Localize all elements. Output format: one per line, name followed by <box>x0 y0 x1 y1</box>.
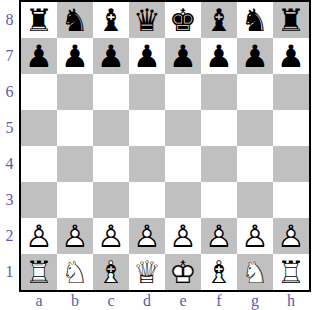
piece-outline: ♖ <box>25 254 53 290</box>
file-label-b: b <box>57 292 93 310</box>
square-g2[interactable]: ♟♙ <box>237 218 273 254</box>
file-label-e: e <box>165 292 201 310</box>
square-f5[interactable] <box>201 110 237 146</box>
square-e5[interactable] <box>165 110 201 146</box>
square-e2[interactable]: ♟♙ <box>165 218 201 254</box>
square-d1[interactable]: ♛♕ <box>129 254 165 290</box>
piece-white-bishop: ♝♗ <box>205 254 233 290</box>
piece-white-pawn: ♟♙ <box>25 218 53 254</box>
piece-outline: ♙ <box>61 218 89 254</box>
square-g7[interactable]: ♟ <box>237 38 273 74</box>
piece-white-queen: ♛♕ <box>133 254 161 290</box>
rank-label-8: 8 <box>0 2 19 38</box>
chess-diagram: 87654321 ♜♞♝♛♚♝♞♜♟♟♟♟♟♟♟♟♟♙♟♙♟♙♟♙♟♙♟♙♟♙♟… <box>0 0 312 310</box>
piece-outline: ♘ <box>241 254 269 290</box>
rank-labels-column: 87654321 <box>0 0 19 290</box>
piece-outline: ♖ <box>277 254 305 290</box>
rank-label-6: 6 <box>0 74 19 110</box>
rank-label-4: 4 <box>0 146 19 182</box>
square-c3[interactable] <box>93 182 129 218</box>
piece-outline: ♕ <box>133 254 161 290</box>
square-a2[interactable]: ♟♙ <box>21 218 57 254</box>
piece-white-pawn: ♟♙ <box>241 218 269 254</box>
square-e7[interactable]: ♟ <box>165 38 201 74</box>
square-c6[interactable] <box>93 74 129 110</box>
piece-outline: ♙ <box>277 218 305 254</box>
square-d5[interactable] <box>129 110 165 146</box>
square-c7[interactable]: ♟ <box>93 38 129 74</box>
piece-white-pawn: ♟♙ <box>133 218 161 254</box>
piece-black-pawn: ♟ <box>61 38 89 74</box>
square-f2[interactable]: ♟♙ <box>201 218 237 254</box>
piece-outline: ♘ <box>61 254 89 290</box>
square-b1[interactable]: ♞♘ <box>57 254 93 290</box>
square-e8[interactable]: ♚ <box>165 2 201 38</box>
square-f6[interactable] <box>201 74 237 110</box>
square-g3[interactable] <box>237 182 273 218</box>
square-b2[interactable]: ♟♙ <box>57 218 93 254</box>
piece-white-knight: ♞♘ <box>61 254 89 290</box>
piece-black-king: ♚ <box>169 2 197 38</box>
file-label-d: d <box>129 292 165 310</box>
rank-label-1: 1 <box>0 254 19 290</box>
piece-outline: ♙ <box>205 218 233 254</box>
piece-white-king: ♚♔ <box>169 254 197 290</box>
square-h3[interactable] <box>273 182 309 218</box>
square-a1[interactable]: ♜♖ <box>21 254 57 290</box>
square-a8[interactable]: ♜ <box>21 2 57 38</box>
piece-white-pawn: ♟♙ <box>61 218 89 254</box>
board-and-ranks: 87654321 ♜♞♝♛♚♝♞♜♟♟♟♟♟♟♟♟♟♙♟♙♟♙♟♙♟♙♟♙♟♙♟… <box>0 0 312 292</box>
square-a5[interactable] <box>21 110 57 146</box>
square-e6[interactable] <box>165 74 201 110</box>
square-c2[interactable]: ♟♙ <box>93 218 129 254</box>
square-e4[interactable] <box>165 146 201 182</box>
piece-outline: ♗ <box>97 254 125 290</box>
square-h1[interactable]: ♜♖ <box>273 254 309 290</box>
square-f3[interactable] <box>201 182 237 218</box>
square-h7[interactable]: ♟ <box>273 38 309 74</box>
square-g6[interactable] <box>237 74 273 110</box>
piece-outline: ♙ <box>97 218 125 254</box>
piece-white-pawn: ♟♙ <box>277 218 305 254</box>
rank-label-3: 3 <box>0 182 19 218</box>
square-f4[interactable] <box>201 146 237 182</box>
square-b8[interactable]: ♞ <box>57 2 93 38</box>
square-d7[interactable]: ♟ <box>129 38 165 74</box>
file-labels-row: abcdefgh <box>21 292 312 310</box>
square-c1[interactable]: ♝♗ <box>93 254 129 290</box>
piece-white-pawn: ♟♙ <box>169 218 197 254</box>
piece-outline: ♙ <box>133 218 161 254</box>
piece-black-bishop: ♝ <box>97 2 125 38</box>
square-g4[interactable] <box>237 146 273 182</box>
piece-white-knight: ♞♘ <box>241 254 269 290</box>
piece-white-rook: ♜♖ <box>25 254 53 290</box>
square-b7[interactable]: ♟ <box>57 38 93 74</box>
piece-black-pawn: ♟ <box>169 38 197 74</box>
square-b3[interactable] <box>57 182 93 218</box>
square-g5[interactable] <box>237 110 273 146</box>
piece-black-queen: ♛ <box>133 2 161 38</box>
piece-white-pawn: ♟♙ <box>97 218 125 254</box>
piece-black-pawn: ♟ <box>205 38 233 74</box>
square-c4[interactable] <box>93 146 129 182</box>
square-f8[interactable]: ♝ <box>201 2 237 38</box>
piece-black-rook: ♜ <box>277 2 305 38</box>
square-h2[interactable]: ♟♙ <box>273 218 309 254</box>
square-f7[interactable]: ♟ <box>201 38 237 74</box>
piece-outline: ♗ <box>205 254 233 290</box>
piece-outline: ♙ <box>25 218 53 254</box>
rank-label-2: 2 <box>0 218 19 254</box>
piece-black-pawn: ♟ <box>97 38 125 74</box>
square-d6[interactable] <box>129 74 165 110</box>
square-a6[interactable] <box>21 74 57 110</box>
file-label-h: h <box>273 292 309 310</box>
square-a4[interactable] <box>21 146 57 182</box>
square-h4[interactable] <box>273 146 309 182</box>
square-d3[interactable] <box>129 182 165 218</box>
square-c8[interactable]: ♝ <box>93 2 129 38</box>
square-b6[interactable] <box>57 74 93 110</box>
square-h5[interactable] <box>273 110 309 146</box>
square-b4[interactable] <box>57 146 93 182</box>
piece-black-pawn: ♟ <box>241 38 269 74</box>
square-d8[interactable]: ♛ <box>129 2 165 38</box>
piece-white-bishop: ♝♗ <box>97 254 125 290</box>
square-d2[interactable]: ♟♙ <box>129 218 165 254</box>
square-h6[interactable] <box>273 74 309 110</box>
file-label-a: a <box>21 292 57 310</box>
square-g1[interactable]: ♞♘ <box>237 254 273 290</box>
square-h8[interactable]: ♜ <box>273 2 309 38</box>
square-e3[interactable] <box>165 182 201 218</box>
square-f1[interactable]: ♝♗ <box>201 254 237 290</box>
square-e1[interactable]: ♚♔ <box>165 254 201 290</box>
square-b5[interactable] <box>57 110 93 146</box>
rank-label-7: 7 <box>0 38 19 74</box>
piece-outline: ♔ <box>169 254 197 290</box>
piece-black-bishop: ♝ <box>205 2 233 38</box>
file-label-f: f <box>201 292 237 310</box>
piece-black-pawn: ♟ <box>25 38 53 74</box>
file-label-g: g <box>237 292 273 310</box>
piece-white-pawn: ♟♙ <box>205 218 233 254</box>
piece-outline: ♙ <box>241 218 269 254</box>
piece-black-knight: ♞ <box>241 2 269 38</box>
chess-board: ♜♞♝♛♚♝♞♜♟♟♟♟♟♟♟♟♟♙♟♙♟♙♟♙♟♙♟♙♟♙♟♙♜♖♞♘♝♗♛♕… <box>19 0 311 292</box>
square-d4[interactable] <box>129 146 165 182</box>
square-c5[interactable] <box>93 110 129 146</box>
square-g8[interactable]: ♞ <box>237 2 273 38</box>
piece-black-pawn: ♟ <box>133 38 161 74</box>
piece-outline: ♙ <box>169 218 197 254</box>
rank-label-5: 5 <box>0 110 19 146</box>
file-label-c: c <box>93 292 129 310</box>
square-a3[interactable] <box>21 182 57 218</box>
square-a7[interactable]: ♟ <box>21 38 57 74</box>
piece-black-knight: ♞ <box>61 2 89 38</box>
piece-black-rook: ♜ <box>25 2 53 38</box>
piece-black-pawn: ♟ <box>277 38 305 74</box>
piece-white-rook: ♜♖ <box>277 254 305 290</box>
